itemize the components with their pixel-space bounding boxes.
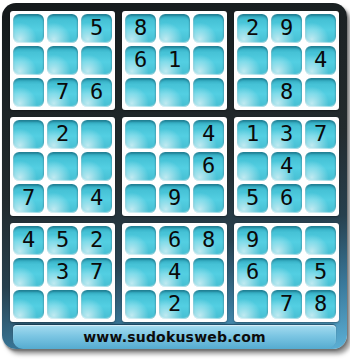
cell-r6c3[interactable]: 4 <box>81 184 112 213</box>
cell-r3c1[interactable] <box>13 78 44 107</box>
cell-r3c5[interactable] <box>159 78 190 107</box>
sudoku-box-2: 861 <box>122 11 227 110</box>
sudoku-frame: 576861294827446913745645237684296578 www… <box>2 3 347 349</box>
cell-r7c3[interactable]: 2 <box>81 226 112 255</box>
cell-r4c7[interactable]: 1 <box>237 120 268 149</box>
cell-r7c7[interactable]: 9 <box>237 226 268 255</box>
cell-r8c9[interactable]: 5 <box>305 258 336 287</box>
sudoku-board: 576861294827446913745645237684296578 <box>10 11 339 322</box>
cell-r4c4[interactable] <box>125 120 156 149</box>
cell-r2c2[interactable] <box>47 46 78 75</box>
cell-r9c1[interactable] <box>13 290 44 319</box>
cell-r1c2[interactable] <box>47 14 78 43</box>
cell-r2c5[interactable]: 1 <box>159 46 190 75</box>
cell-r4c6[interactable]: 4 <box>193 120 224 149</box>
cell-r3c6[interactable] <box>193 78 224 107</box>
cell-r5c5[interactable] <box>159 152 190 181</box>
cell-r1c8[interactable]: 9 <box>271 14 302 43</box>
cell-r5c2[interactable] <box>47 152 78 181</box>
cell-r8c2[interactable]: 3 <box>47 258 78 287</box>
cell-r5c3[interactable] <box>81 152 112 181</box>
cell-r3c7[interactable] <box>237 78 268 107</box>
cell-r9c5[interactable]: 2 <box>159 290 190 319</box>
cell-r2c9[interactable]: 4 <box>305 46 336 75</box>
sudoku-box-5: 469 <box>122 117 227 216</box>
cell-r8c3[interactable]: 7 <box>81 258 112 287</box>
cell-r6c1[interactable]: 7 <box>13 184 44 213</box>
cell-r8c6[interactable] <box>193 258 224 287</box>
cell-r4c9[interactable]: 7 <box>305 120 336 149</box>
cell-r8c7[interactable]: 6 <box>237 258 268 287</box>
cell-r3c3[interactable]: 6 <box>81 78 112 107</box>
cell-r1c3[interactable]: 5 <box>81 14 112 43</box>
cell-r9c2[interactable] <box>47 290 78 319</box>
cell-r6c6[interactable] <box>193 184 224 213</box>
cell-r3c4[interactable] <box>125 78 156 107</box>
cell-r7c2[interactable]: 5 <box>47 226 78 255</box>
cell-r6c8[interactable]: 6 <box>271 184 302 213</box>
cell-r7c8[interactable] <box>271 226 302 255</box>
cell-r4c3[interactable] <box>81 120 112 149</box>
cell-r1c1[interactable] <box>13 14 44 43</box>
sudoku-box-9: 96578 <box>234 223 339 322</box>
cell-r9c8[interactable]: 7 <box>271 290 302 319</box>
cell-r3c9[interactable] <box>305 78 336 107</box>
cell-r8c1[interactable] <box>13 258 44 287</box>
cell-r3c8[interactable]: 8 <box>271 78 302 107</box>
cell-r6c5[interactable]: 9 <box>159 184 190 213</box>
cell-r2c7[interactable] <box>237 46 268 75</box>
cell-r6c7[interactable]: 5 <box>237 184 268 213</box>
site-url-link[interactable]: www.sudokusweb.com <box>83 329 266 345</box>
cell-r2c1[interactable] <box>13 46 44 75</box>
cell-r5c8[interactable]: 4 <box>271 152 302 181</box>
sudoku-box-3: 2948 <box>234 11 339 110</box>
cell-r1c7[interactable]: 2 <box>237 14 268 43</box>
cell-r7c5[interactable]: 6 <box>159 226 190 255</box>
cell-r4c2[interactable]: 2 <box>47 120 78 149</box>
cell-r6c2[interactable] <box>47 184 78 213</box>
cell-r9c9[interactable]: 8 <box>305 290 336 319</box>
cell-r9c4[interactable] <box>125 290 156 319</box>
cell-r5c1[interactable] <box>13 152 44 181</box>
cell-r7c9[interactable] <box>305 226 336 255</box>
cell-r7c1[interactable]: 4 <box>13 226 44 255</box>
cell-r6c9[interactable] <box>305 184 336 213</box>
cell-r2c8[interactable] <box>271 46 302 75</box>
cell-r2c6[interactable] <box>193 46 224 75</box>
cell-r9c6[interactable] <box>193 290 224 319</box>
cell-r1c9[interactable] <box>305 14 336 43</box>
cell-r5c6[interactable]: 6 <box>193 152 224 181</box>
cell-r3c2[interactable]: 7 <box>47 78 78 107</box>
sudoku-box-8: 6842 <box>122 223 227 322</box>
cell-r7c6[interactable]: 8 <box>193 226 224 255</box>
cell-r7c4[interactable] <box>125 226 156 255</box>
cell-r5c7[interactable] <box>237 152 268 181</box>
cell-r1c4[interactable]: 8 <box>125 14 156 43</box>
cell-r8c4[interactable] <box>125 258 156 287</box>
sudoku-box-4: 274 <box>10 117 115 216</box>
cell-r1c6[interactable] <box>193 14 224 43</box>
sudoku-box-1: 576 <box>10 11 115 110</box>
cell-r1c5[interactable] <box>159 14 190 43</box>
sudoku-box-7: 45237 <box>10 223 115 322</box>
cell-r9c3[interactable] <box>81 290 112 319</box>
cell-r4c5[interactable] <box>159 120 190 149</box>
cell-r4c8[interactable]: 3 <box>271 120 302 149</box>
cell-r8c5[interactable]: 4 <box>159 258 190 287</box>
cell-r8c8[interactable] <box>271 258 302 287</box>
cell-r5c9[interactable] <box>305 152 336 181</box>
cell-r2c3[interactable] <box>81 46 112 75</box>
cell-r6c4[interactable] <box>125 184 156 213</box>
cell-r4c1[interactable] <box>13 120 44 149</box>
cell-r2c4[interactable]: 6 <box>125 46 156 75</box>
cell-r9c7[interactable] <box>237 290 268 319</box>
cell-r5c4[interactable] <box>125 152 156 181</box>
sudoku-box-6: 137456 <box>234 117 339 216</box>
footer-band: www.sudokusweb.com <box>13 325 336 349</box>
